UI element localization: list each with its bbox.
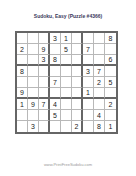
cell-r9c3[interactable] (39, 121, 50, 132)
cell-r9c9[interactable]: 1 (105, 121, 116, 132)
cell-r1c9[interactable]: 8 (105, 33, 116, 44)
cell-r6c7[interactable]: 1 (83, 88, 94, 99)
cell-r3c7[interactable] (83, 55, 94, 66)
cell-r2c1[interactable]: 2 (17, 44, 28, 55)
cell-r5c5[interactable] (61, 77, 72, 88)
cell-r4c9[interactable] (105, 66, 116, 77)
cell-r1c2[interactable] (28, 33, 39, 44)
cell-r6c1[interactable]: 9 (17, 88, 28, 99)
cell-r3c3[interactable]: 3 (39, 55, 50, 66)
cell-r3c2[interactable] (28, 55, 39, 66)
cell-r1c7[interactable] (83, 33, 94, 44)
page-title: Sudoku, Easy (Puzzle #4366) (0, 13, 136, 19)
cell-r4c6[interactable] (72, 66, 83, 77)
cell-r8c4[interactable]: 5 (50, 110, 61, 121)
cell-r1c8[interactable] (94, 33, 105, 44)
cell-r9c8[interactable]: 8 (94, 121, 105, 132)
cell-r8c9[interactable] (105, 110, 116, 121)
cell-r2c3[interactable]: 9 (39, 44, 50, 55)
cell-r2c2[interactable] (28, 44, 39, 55)
cell-r5c4[interactable]: 7 (50, 77, 61, 88)
cell-r5c7[interactable] (83, 77, 94, 88)
cell-r3c6[interactable] (72, 55, 83, 66)
cell-r3c8[interactable] (94, 55, 105, 66)
cell-r6c5[interactable] (61, 88, 72, 99)
cell-r1c6[interactable] (72, 33, 83, 44)
cell-r4c3[interactable] (39, 66, 50, 77)
cell-r7c6[interactable] (72, 99, 83, 110)
cell-r9c5[interactable] (61, 121, 72, 132)
cell-r7c1[interactable]: 1 (17, 99, 28, 110)
cell-r7c4[interactable]: 4 (50, 99, 61, 110)
cell-r2c8[interactable] (94, 44, 105, 55)
cell-r8c8[interactable]: 4 (94, 110, 105, 121)
cell-r8c5[interactable] (61, 110, 72, 121)
cell-r4c2[interactable] (28, 66, 39, 77)
cell-r7c7[interactable] (83, 99, 94, 110)
cell-r8c6[interactable] (72, 110, 83, 121)
cell-r6c8[interactable] (94, 88, 105, 99)
cell-r2c9[interactable] (105, 44, 116, 55)
cell-r8c1[interactable] (17, 110, 28, 121)
cell-r9c7[interactable] (83, 121, 94, 132)
cell-r6c3[interactable] (39, 88, 50, 99)
cell-r5c3[interactable] (39, 77, 50, 88)
cell-r5c8[interactable]: 2 (94, 77, 105, 88)
cell-r6c4[interactable] (50, 88, 61, 99)
cell-r5c9[interactable]: 5 (105, 77, 116, 88)
cell-r9c6[interactable]: 2 (72, 121, 83, 132)
cell-r7c2[interactable]: 9 (28, 99, 39, 110)
cell-r2c6[interactable] (72, 44, 83, 55)
cell-r5c2[interactable] (28, 77, 39, 88)
cell-r4c1[interactable]: 8 (17, 66, 28, 77)
cell-r6c6[interactable] (72, 88, 83, 99)
cell-r6c2[interactable] (28, 88, 39, 99)
cell-r2c5[interactable]: 5 (61, 44, 72, 55)
cell-r7c3[interactable]: 7 (39, 99, 50, 110)
cell-r9c2[interactable]: 3 (28, 121, 39, 132)
cell-r7c5[interactable] (61, 99, 72, 110)
cell-r9c1[interactable] (17, 121, 28, 132)
cell-r5c6[interactable] (72, 77, 83, 88)
cell-r8c7[interactable] (83, 110, 94, 121)
cell-r4c7[interactable]: 3 (83, 66, 94, 77)
cell-r7c8[interactable] (94, 99, 105, 110)
cell-r2c7[interactable]: 7 (83, 44, 94, 55)
cell-r1c5[interactable]: 1 (61, 33, 72, 44)
cell-r7c9[interactable]: 2 (105, 99, 116, 110)
sudoku-grid: 31829573868377259119742543281 (15, 31, 118, 134)
cell-r3c1[interactable] (17, 55, 28, 66)
cell-r1c1[interactable] (17, 33, 28, 44)
cell-r5c1[interactable] (17, 77, 28, 88)
cell-r8c3[interactable] (39, 110, 50, 121)
cell-r1c4[interactable]: 3 (50, 33, 61, 44)
cell-r4c8[interactable]: 7 (94, 66, 105, 77)
cell-r4c4[interactable] (50, 66, 61, 77)
cell-r3c4[interactable]: 8 (50, 55, 61, 66)
cell-r1c3[interactable] (39, 33, 50, 44)
cell-r4c5[interactable] (61, 66, 72, 77)
cell-r3c9[interactable]: 6 (105, 55, 116, 66)
cell-r9c4[interactable] (50, 121, 61, 132)
cell-r6c9[interactable] (105, 88, 116, 99)
cell-r8c2[interactable] (28, 110, 39, 121)
cell-r2c4[interactable] (50, 44, 61, 55)
site-url: www.PrintFreeSudoku.com (0, 162, 136, 167)
cell-r3c5[interactable] (61, 55, 72, 66)
